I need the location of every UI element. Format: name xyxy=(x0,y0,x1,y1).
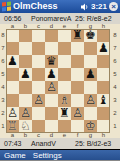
square-c7[interactable] xyxy=(32,42,45,55)
square-h7[interactable]: ♟ xyxy=(97,42,110,55)
square-c5[interactable] xyxy=(32,68,45,81)
titlebar-status: 3:21 × xyxy=(81,2,118,11)
status-clock: 3:21 xyxy=(91,2,107,11)
square-e8[interactable] xyxy=(58,29,71,42)
square-d4[interactable]: ♙ xyxy=(45,81,58,94)
rank-label-3: 3 xyxy=(110,94,120,107)
speaker-icon[interactable] xyxy=(81,3,89,11)
square-f2[interactable]: ♙ xyxy=(71,107,84,120)
start-flag-icon[interactable] xyxy=(2,2,11,12)
black-pawn: ♟ xyxy=(7,55,18,68)
square-h3[interactable]: ♝ xyxy=(97,94,110,107)
square-a4[interactable] xyxy=(6,81,19,94)
app-title: OlmChess xyxy=(13,0,79,13)
white-knight: ♘ xyxy=(20,120,31,133)
square-h2[interactable] xyxy=(97,107,110,120)
square-g5[interactable]: ♟ xyxy=(84,68,97,81)
square-a8[interactable] xyxy=(6,29,19,42)
top-player-clock: 06:56 xyxy=(4,15,31,22)
square-b1[interactable]: ♘ xyxy=(19,120,32,133)
square-h6[interactable] xyxy=(97,55,110,68)
menu-settings[interactable]: Settings xyxy=(33,150,62,161)
top-player-last-move: 25: R/e8-e2 xyxy=(75,15,120,22)
menubar: Game Settings xyxy=(0,149,120,160)
black-bishop: ♝ xyxy=(98,94,109,107)
rank-label-2: 2 xyxy=(110,107,120,120)
white-pawn: ♙ xyxy=(85,94,96,107)
device-screen: OlmChess 3:21 × 06:56 PonomarevA 25: R/e… xyxy=(0,0,120,160)
top-player-name: PonomarevA xyxy=(31,15,75,22)
square-f8[interactable]: ♜ xyxy=(71,29,84,42)
square-g7[interactable] xyxy=(84,42,97,55)
black-pawn: ♟ xyxy=(85,68,96,81)
right-ranks: 87654321 xyxy=(110,29,120,133)
bottom-player-clock: 07:43 xyxy=(4,140,31,147)
square-c3[interactable]: ♙ xyxy=(32,94,45,107)
black-rook: ♜ xyxy=(72,29,83,42)
white-pawn: ♙ xyxy=(72,107,83,120)
square-c8[interactable] xyxy=(32,29,45,42)
black-pawn: ♟ xyxy=(98,42,109,55)
titlebar: OlmChess 3:21 × xyxy=(0,0,120,13)
square-g8[interactable]: ♚ xyxy=(84,29,97,42)
square-a1[interactable]: ♖ xyxy=(6,120,19,133)
bottom-player-last-move: 25: B/d2-e3 xyxy=(75,140,120,147)
square-f6[interactable] xyxy=(71,55,84,68)
rank-label-1: 1 xyxy=(110,120,120,133)
square-c6[interactable] xyxy=(32,55,45,68)
white-king: ♔ xyxy=(85,120,96,133)
white-pawn: ♙ xyxy=(46,81,57,94)
white-rook: ♖ xyxy=(7,120,18,133)
black-pawn: ♟ xyxy=(20,68,31,81)
square-d3[interactable] xyxy=(45,94,58,107)
square-g3[interactable]: ♙ xyxy=(84,94,97,107)
rank-label-4: 4 xyxy=(110,81,120,94)
board-grid: ♜♚♟♟♛♟♟♟♙♙♗♙♝♙♙♜♙♖♘♔ xyxy=(6,29,110,133)
square-e6[interactable] xyxy=(58,55,71,68)
square-d2[interactable] xyxy=(45,107,58,120)
square-b7[interactable] xyxy=(19,42,32,55)
close-button[interactable]: × xyxy=(109,2,118,11)
rank-label-6: 6 xyxy=(110,55,120,68)
rank-label-5: 5 xyxy=(110,68,120,81)
square-g1[interactable]: ♔ xyxy=(84,120,97,133)
square-b5[interactable]: ♟ xyxy=(19,68,32,81)
board-block: abcdefgh 87654321 ♜♚♟♟♛♟♟♟♙♙♗♙♝♙♙♜♙♖♘♔ 8… xyxy=(0,24,120,138)
square-a5[interactable] xyxy=(6,68,19,81)
square-f4[interactable] xyxy=(71,81,84,94)
square-e7[interactable] xyxy=(58,42,71,55)
square-f7[interactable] xyxy=(71,42,84,55)
bottom-player-name: AnandV xyxy=(31,140,75,147)
square-b4[interactable] xyxy=(19,81,32,94)
square-c2[interactable] xyxy=(32,107,45,120)
square-e2[interactable]: ♜ xyxy=(58,107,71,120)
rank-label-8: 8 xyxy=(110,29,120,42)
menu-game[interactable]: Game xyxy=(4,150,26,161)
square-e5[interactable] xyxy=(58,68,71,81)
square-h5[interactable] xyxy=(97,68,110,81)
black-rook: ♜ xyxy=(59,107,70,120)
white-pawn: ♙ xyxy=(33,94,44,107)
square-a6[interactable]: ♟ xyxy=(6,55,19,68)
rank-label-7: 7 xyxy=(110,42,120,55)
square-f5[interactable] xyxy=(71,68,84,81)
black-king: ♚ xyxy=(85,29,96,42)
square-b8[interactable] xyxy=(19,29,32,42)
square-d8[interactable] xyxy=(45,29,58,42)
bottom-player-row: 07:43 AnandV 25: B/d2-e3 xyxy=(0,138,120,149)
